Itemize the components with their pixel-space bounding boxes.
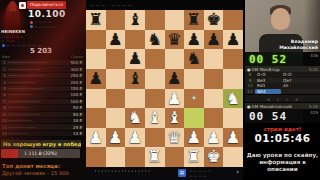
piece-black-bishop[interactable]: ♝ [128,69,143,89]
top-donat-title: Топ донат месяца: [2,163,60,169]
streamer-clock-side: 429 [310,110,318,115]
square-g4[interactable] [204,89,224,109]
stream-uptime: 01:05:46 [245,132,320,144]
square-d5[interactable] [145,69,165,89]
board-header-label-2[interactable]: — — — — [111,3,132,8]
stream-screen: Подключиться 10.100 — — — — — — — — — HE… [0,0,320,180]
square-f8[interactable]: ♜ [184,10,204,30]
mouse-cursor-cross: + [191,94,197,102]
square-a5[interactable]: ♟ [86,69,106,89]
square-h3[interactable] [223,108,243,128]
move-row: 11Nh4 [245,89,320,95]
donor-rank: 11 [1,125,8,130]
donor-name: —————— [8,118,73,123]
square-c8[interactable]: ♝ [125,10,145,30]
square-e8[interactable] [165,10,185,30]
opponent-clock-side: 436 [310,53,318,58]
square-e4[interactable]: ♟ [165,89,185,109]
square-g2[interactable]: ♟ [204,128,224,148]
piece-black-rook[interactable]: ♜ [187,10,202,30]
streamer-face [271,8,290,30]
donor-name: ————— [8,105,73,110]
square-h2[interactable]: ♟ [223,128,243,148]
square-c7[interactable] [125,30,145,50]
move-white[interactable]: Rd1 [255,83,281,89]
donor-name: ————————— [8,86,71,91]
donor-col-amount: Сумма [71,55,83,59]
donor-rank: 6 [1,92,8,97]
lesson-caption: Даю уроки по скайпу, информация в описан… [245,152,320,173]
donation-progress-bar: 1 111 ₽ (22%) [1,149,80,158]
piece-black-pawn[interactable]: ♟ [206,30,221,50]
online-dot-icon: ● [247,67,251,72]
square-d2[interactable] [145,128,165,148]
piece-white-pawn[interactable]: ♟ [108,128,123,148]
piece-white-knight[interactable]: ♞ [128,108,143,128]
webcam: Владимир Михайловский [245,0,320,52]
square-a8[interactable]: ♜ [86,10,106,30]
square-d8[interactable] [145,10,165,30]
donor-name: ——————— [8,80,71,85]
piece-black-pawn[interactable]: ♟ [108,30,123,50]
piece-white-pawn[interactable]: ♟ [88,128,103,148]
move-ticks-row-1: ııııııııııııııııı [95,169,152,173]
donor-amount: 100 ₽ [71,92,84,97]
square-a1[interactable] [86,147,106,167]
square-c5[interactable]: ♝ [125,69,145,89]
donor-table-header: Имя Сумма [2,55,83,59]
square-c6[interactable]: ♟ [125,49,145,69]
right-panel: Владимир Михайловский 00 52 436 ●GM МихВ… [245,0,320,180]
footer-line-1: — — — — — [189,169,211,173]
piece-black-pawn[interactable]: ♟ [226,30,241,50]
follower-counter: 10.100 [28,9,66,19]
move-number: 11 [245,89,255,95]
donor-amount: 300 ₽ [71,67,84,72]
nav-first-icon[interactable]: « [267,96,270,102]
piece-white-pawn[interactable]: ♟ [226,128,241,148]
square-d4[interactable] [145,89,165,109]
donor-rank: 5 [1,86,8,91]
square-h6[interactable] [223,49,243,69]
square-e6[interactable] [165,49,185,69]
piece-black-pawn[interactable]: ♟ [128,49,143,69]
donor-name: —————— [8,92,71,97]
square-g3[interactable] [204,108,224,128]
donor-name: ———————— [8,112,73,117]
secondary-counter: 5 203 [30,47,52,55]
square-f5[interactable] [184,69,204,89]
square-a4[interactable] [86,89,106,109]
donor-amount: 50 ₽ [73,105,84,110]
square-d3[interactable]: ♝ [145,108,165,128]
square-b5[interactable] [106,69,126,89]
top-donat-value: Другой человек - 15 000 [2,170,69,176]
piece-white-bishop[interactable]: ♝ [167,108,182,128]
donor-name: ——————— [8,125,73,130]
footer-line-2: — — — — [189,174,206,178]
donor-name: —————————— [8,60,71,65]
counter-subline-1: — — — — [30,20,52,24]
donor-amount: 250 ₽ [71,73,84,78]
chevron-right-icon[interactable]: › [236,168,239,176]
square-b6[interactable] [106,49,126,69]
square-e2[interactable]: ♛ [165,128,185,148]
donor-rank: 2 [1,67,8,72]
move-nav: « ‹ › » [245,95,320,102]
donor-col-name: Имя [2,55,10,59]
square-c4[interactable] [125,89,145,109]
donor-amount: 150 ₽ [71,86,84,91]
chess-board[interactable]: ♜♝♜♚♟♞♛♟♟♟♟♞♟♝♟♟+♞♞♝♝♟♟♟♛♟♟♟♜♜♚ [86,10,243,167]
square-g5[interactable] [204,69,224,89]
counter-subline-2: — — — — — [30,25,57,29]
opponent-clock: 00 52 [249,53,287,66]
streamer-name: Владимир Михайловский [279,39,318,50]
square-a3[interactable] [86,108,106,128]
piece-white-bishop[interactable]: ♝ [147,108,162,128]
piece-white-rook[interactable]: ♜ [147,147,162,167]
square-a6[interactable] [86,49,106,69]
nav-next-icon[interactable]: › [286,96,288,102]
piece-white-queen[interactable]: ♛ [167,128,182,148]
progress-label: 1 111 ₽ (22%) [1,149,80,158]
board-header-label-1[interactable]: — — — [90,3,105,8]
piece-white-king[interactable]: ♚ [206,147,221,167]
move-black[interactable] [281,89,307,95]
piece-white-pawn[interactable]: ♟ [187,128,202,148]
piece-black-bishop[interactable]: ♝ [128,10,143,30]
square-e7[interactable]: ♛ [165,30,185,50]
donor-rank: 8 [1,105,8,110]
donor-rank: 9 [1,112,8,117]
piece-white-rook[interactable]: ♜ [187,147,202,167]
panel-badge-icon[interactable]: ▤ [178,169,186,177]
donor-name: ———————— [8,99,71,104]
record-icon [19,2,26,9]
piece-white-knight[interactable]: ♞ [226,89,241,109]
donor-amount: 25 ₽ [73,125,84,130]
donor-list: 1——————————500 ₽2————————300 ₽3—————————… [1,60,84,137]
square-c2[interactable]: ♟ [125,128,145,148]
square-a7[interactable] [86,30,106,50]
piece-black-knight[interactable]: ♞ [147,30,162,50]
donor-rank: 10 [1,118,8,123]
donor-rank: 12 [1,131,8,136]
piece-black-knight[interactable]: ♞ [187,49,202,69]
square-b7[interactable]: ♟ [106,30,126,50]
square-f3[interactable] [184,108,204,128]
streamer-clock-row: 00 54 429 [245,109,320,123]
player-bottom-name: ●GM Михайловский [247,104,292,109]
square-h7[interactable]: ♟ [223,30,243,50]
piece-black-pawn[interactable]: ♟ [88,69,103,89]
goal-text: На хорошую игру и победы! [1,140,81,148]
piece-black-rook[interactable]: ♜ [88,10,103,30]
square-b3[interactable] [106,108,126,128]
nav-prev-icon[interactable]: ‹ [277,96,279,102]
donation-panel: Подключиться 10.100 — — — — — — — — — HE… [0,0,86,180]
square-b2[interactable]: ♟ [106,128,126,148]
square-e5[interactable]: ♟ [165,69,185,89]
square-e1[interactable] [165,147,185,167]
piece-white-pawn[interactable]: ♟ [167,89,182,109]
donor-name: ————— [8,131,73,136]
square-f4[interactable]: + [184,89,204,109]
donor-amount: 100 ₽ [71,99,84,104]
square-e3[interactable]: ♝ [165,108,185,128]
move-list[interactable]: 8O-OO-O9Be3Qe710Rd1a511Nh4 [245,72,320,94]
donor-amount: 10 ₽ [73,131,84,136]
player-top-time: 5:00 [309,67,318,72]
square-b8[interactable] [106,10,126,30]
donor-amount: 30 ₽ [73,118,84,123]
donor-name: ————————— [8,73,71,78]
square-d6[interactable] [145,49,165,69]
player-bottom-time: 5:00 [309,104,318,109]
piece-black-pawn[interactable]: ♟ [187,30,202,50]
donor-amount: 50 ₽ [73,112,84,117]
square-d1[interactable]: ♜ [145,147,165,167]
subscribe-button[interactable]: Подключиться [27,1,66,9]
donor-name: ———————— [8,67,71,72]
square-f6[interactable]: ♞ [184,49,204,69]
donor-amount: 500 ₽ [71,60,84,65]
square-h8[interactable] [223,10,243,30]
subscribe-banner[interactable]: Подключиться [19,1,66,9]
square-h4[interactable]: ♞ [223,89,243,109]
piece-white-pawn[interactable]: ♟ [128,128,143,148]
donor-rank: 1 [1,60,8,65]
square-h5[interactable] [223,69,243,89]
square-c3[interactable]: ♞ [125,108,145,128]
square-g7[interactable]: ♟ [204,30,224,50]
online-dot-icon: ● [247,104,251,109]
piece-black-king[interactable]: ♚ [206,10,221,30]
move-white[interactable]: Nh4 [255,89,281,95]
donor-rank: 4 [1,80,8,85]
nav-last-icon[interactable]: » [295,96,298,102]
square-g8[interactable]: ♚ [204,10,224,30]
square-a2[interactable]: ♟ [86,128,106,148]
donor-rank: 3 [1,73,8,78]
square-f2[interactable]: ♟ [184,128,204,148]
square-g1[interactable]: ♚ [204,147,224,167]
piece-black-pawn[interactable]: ♟ [167,69,182,89]
move-ticks-row-2: ················· [95,174,156,178]
board-footer-strip: ııııııııııııııııı ················· ▤ — … [86,167,243,180]
opponent-clock-row: 00 52 436 [245,52,320,66]
board-header-strip: — — — — — — — [86,0,243,10]
streamer-clock: 00 54 [249,110,287,123]
square-b1[interactable] [106,147,126,167]
piece-white-pawn[interactable]: ♟ [206,128,221,148]
piece-black-queen[interactable]: ♛ [167,30,182,50]
square-f7[interactable]: ♟ [184,30,204,50]
brand-label: HEINEKEN [1,29,25,34]
donor-rank: 7 [1,99,8,104]
square-f1[interactable]: ♜ [184,147,204,167]
square-b4[interactable] [106,89,126,109]
player-top-name: ●GM МихВлдр [247,67,280,72]
square-h1[interactable] [223,147,243,167]
donor-amount: 200 ₽ [71,80,84,85]
square-g6[interactable] [204,49,224,69]
square-c1[interactable] [125,147,145,167]
square-d7[interactable]: ♞ [145,30,165,50]
